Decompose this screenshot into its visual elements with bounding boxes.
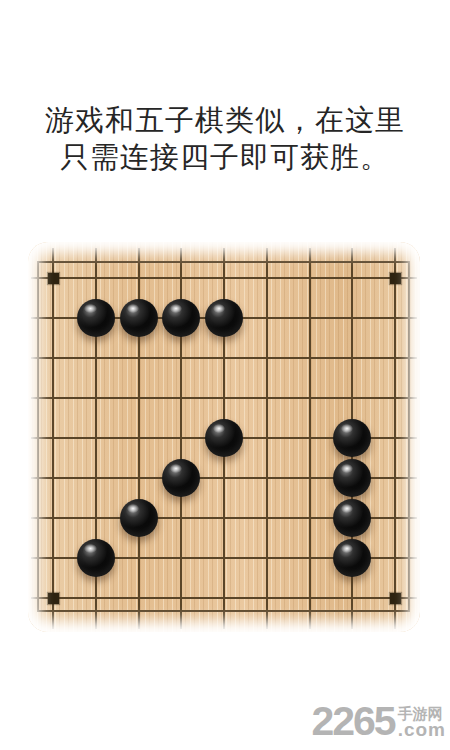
watermark-column: 手游网 .com [398, 706, 446, 738]
black-stone[interactable] [333, 419, 371, 457]
watermark-number: 2265 [311, 705, 394, 738]
tutorial-instructions: 游戏和五子棋类似，在这里 只需连接四子即可获胜。 [0, 102, 450, 176]
instruction-line-1: 游戏和五子棋类似，在这里 [0, 102, 450, 139]
board-grid [28, 242, 420, 632]
black-stone[interactable] [77, 539, 115, 577]
watermark-domain-suffix: .com [398, 721, 446, 738]
black-stone[interactable] [205, 419, 243, 457]
black-stone[interactable] [120, 499, 158, 537]
watermark: 2265 手游网 .com [311, 705, 446, 738]
star-point [48, 273, 59, 284]
game-board[interactable] [28, 242, 420, 632]
star-point [390, 593, 401, 604]
black-stone[interactable] [77, 299, 115, 337]
black-stone[interactable] [205, 299, 243, 337]
star-point [48, 593, 59, 604]
black-stone[interactable] [333, 499, 371, 537]
black-stone[interactable] [120, 299, 158, 337]
star-point [390, 273, 401, 284]
black-stone[interactable] [333, 459, 371, 497]
black-stone[interactable] [162, 299, 200, 337]
black-stone[interactable] [333, 539, 371, 577]
black-stone[interactable] [162, 459, 200, 497]
instruction-line-2: 只需连接四子即可获胜。 [0, 139, 450, 176]
tutorial-screen: 游戏和五子棋类似，在这里 只需连接四子即可获胜。 2265 手游网 .com [0, 0, 450, 750]
